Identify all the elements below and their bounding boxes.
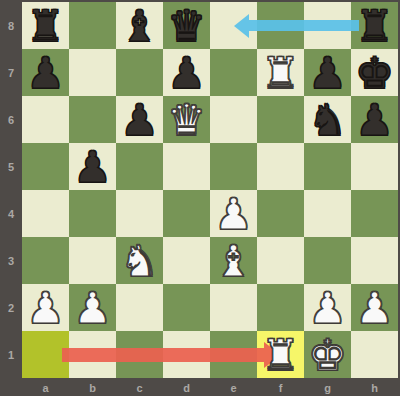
piece-white-bishop-e3[interactable]: ♝: [210, 237, 257, 284]
square-f4[interactable]: [257, 190, 304, 237]
file-label-g: g: [304, 383, 351, 394]
square-e6[interactable]: [210, 96, 257, 143]
square-f6[interactable]: [257, 96, 304, 143]
square-e7[interactable]: [210, 49, 257, 96]
piece-black-king-h7[interactable]: ♚: [351, 49, 398, 96]
square-h1[interactable]: [351, 331, 398, 378]
file-label-d: d: [163, 383, 210, 394]
chess-app-background: ♜♝♛♜♟♟♜♟♚♟♛♞♟♟♟♞♝♟♟♟♟♜♚ 12345678abcdefgh: [0, 0, 400, 396]
square-h3[interactable]: [351, 237, 398, 284]
square-c4[interactable]: [116, 190, 163, 237]
rank-label-3: 3: [0, 256, 22, 267]
file-label-c: c: [116, 383, 163, 394]
square-b3[interactable]: [69, 237, 116, 284]
square-f5[interactable]: [257, 143, 304, 190]
square-f2[interactable]: [257, 284, 304, 331]
piece-white-pawn-a2[interactable]: ♟: [22, 284, 69, 331]
piece-white-pawn-e4[interactable]: ♟: [210, 190, 257, 237]
rank-label-1: 1: [0, 350, 22, 361]
rank-label-8: 8: [0, 21, 22, 32]
piece-white-pawn-h2[interactable]: ♟: [351, 284, 398, 331]
square-a4[interactable]: [22, 190, 69, 237]
chess-board: ♜♝♛♜♟♟♜♟♚♟♛♞♟♟♟♞♝♟♟♟♟♜♚: [22, 2, 398, 378]
piece-black-knight-g6[interactable]: ♞: [304, 96, 351, 143]
file-label-b: b: [69, 383, 116, 394]
square-d4[interactable]: [163, 190, 210, 237]
piece-black-pawn-g7[interactable]: ♟: [304, 49, 351, 96]
file-label-h: h: [351, 383, 398, 394]
square-h4[interactable]: [351, 190, 398, 237]
piece-black-pawn-a7[interactable]: ♟: [22, 49, 69, 96]
square-h5[interactable]: [351, 143, 398, 190]
piece-black-rook-h8[interactable]: ♜: [351, 2, 398, 49]
square-a3[interactable]: [22, 237, 69, 284]
piece-black-queen-d8[interactable]: ♛: [163, 2, 210, 49]
square-c1[interactable]: [116, 331, 163, 378]
square-b6[interactable]: [69, 96, 116, 143]
square-f3[interactable]: [257, 237, 304, 284]
square-e8[interactable]: [210, 2, 257, 49]
square-g8[interactable]: [304, 2, 351, 49]
square-d2[interactable]: [163, 284, 210, 331]
highlight-square-a1[interactable]: [22, 331, 69, 378]
piece-black-pawn-h6[interactable]: ♟: [351, 96, 398, 143]
file-label-f: f: [257, 383, 304, 394]
square-e5[interactable]: [210, 143, 257, 190]
square-g3[interactable]: [304, 237, 351, 284]
piece-white-pawn-b2[interactable]: ♟: [69, 284, 116, 331]
square-e1[interactable]: [210, 331, 257, 378]
square-b8[interactable]: [69, 2, 116, 49]
square-b7[interactable]: [69, 49, 116, 96]
square-b1[interactable]: [69, 331, 116, 378]
rank-label-6: 6: [0, 115, 22, 126]
square-a5[interactable]: [22, 143, 69, 190]
rank-label-2: 2: [0, 303, 22, 314]
square-d3[interactable]: [163, 237, 210, 284]
rank-label-5: 5: [0, 162, 22, 173]
rank-label-7: 7: [0, 68, 22, 79]
square-a6[interactable]: [22, 96, 69, 143]
piece-white-rook-f7[interactable]: ♜: [257, 49, 304, 96]
square-d1[interactable]: [163, 331, 210, 378]
square-c2[interactable]: [116, 284, 163, 331]
square-c5[interactable]: [116, 143, 163, 190]
square-g5[interactable]: [304, 143, 351, 190]
square-c7[interactable]: [116, 49, 163, 96]
piece-white-pawn-g2[interactable]: ♟: [304, 284, 351, 331]
file-label-a: a: [22, 383, 69, 394]
piece-white-king-g1[interactable]: ♚: [304, 331, 351, 378]
square-e2[interactable]: [210, 284, 257, 331]
file-label-e: e: [210, 383, 257, 394]
piece-black-pawn-c6[interactable]: ♟: [116, 96, 163, 143]
piece-black-rook-a8[interactable]: ♜: [22, 2, 69, 49]
piece-white-rook-f1[interactable]: ♜: [257, 331, 304, 378]
piece-black-bishop-c8[interactable]: ♝: [116, 2, 163, 49]
piece-white-queen-d6[interactable]: ♛: [163, 96, 210, 143]
square-f8[interactable]: [257, 2, 304, 49]
piece-black-pawn-b5[interactable]: ♟: [69, 143, 116, 190]
piece-black-pawn-d7[interactable]: ♟: [163, 49, 210, 96]
square-b4[interactable]: [69, 190, 116, 237]
rank-label-4: 4: [0, 209, 22, 220]
square-d5[interactable]: [163, 143, 210, 190]
square-g4[interactable]: [304, 190, 351, 237]
piece-white-knight-c3[interactable]: ♞: [116, 237, 163, 284]
